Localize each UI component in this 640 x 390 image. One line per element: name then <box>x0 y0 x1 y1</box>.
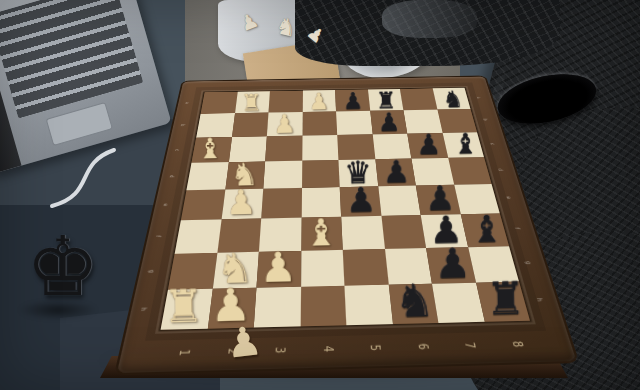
white-bishop-c1: ♝ <box>197 135 223 163</box>
square-a2: ♜ <box>235 91 270 113</box>
white-pawn-b3: ♟ <box>273 111 296 137</box>
file-label-f: f <box>155 236 163 238</box>
square-d6: ♟ <box>375 158 416 186</box>
white-rook-h1: ♜ <box>163 284 205 330</box>
file-label-h: h <box>140 307 149 311</box>
white-bishop-f4: ♝ <box>304 214 338 252</box>
square-e3 <box>261 188 301 219</box>
square-a5: ♟ <box>335 89 370 111</box>
square-f6 <box>381 215 426 248</box>
file-label-d: d <box>497 168 504 170</box>
black-pawn-d6: ♟ <box>382 156 410 187</box>
square-f4: ♝ <box>301 217 343 251</box>
file-label-f: f <box>514 228 522 230</box>
square-e5: ♟ <box>340 186 381 217</box>
square-c7: ♟ <box>407 133 447 159</box>
square-h8: ♜ <box>475 281 529 321</box>
rank-label-6: 6 <box>405 328 432 367</box>
square-g3: ♟ <box>256 251 300 288</box>
square-c4 <box>302 135 339 161</box>
file-label-b: b <box>483 119 490 121</box>
file-label-c: c <box>489 143 496 145</box>
board-grid: ♜♟♟♜♞♟♟♝♟♝♞♛♟♟♟♟♝♟♝♞♟♟♜♟♞♜ <box>161 88 530 330</box>
black-bishop-c8: ♝ <box>452 131 477 159</box>
square-a8: ♞ <box>432 88 470 110</box>
black-pawn-a5: ♟ <box>342 89 363 112</box>
white-pawn-a4: ♟ <box>309 90 330 113</box>
square-h5 <box>344 284 392 325</box>
black-bishop-f8: ♝ <box>470 210 504 248</box>
file-label-b: b <box>180 124 187 126</box>
white-cable <box>44 142 124 222</box>
square-e2: ♟ <box>221 189 263 220</box>
square-b6: ♟ <box>370 110 407 134</box>
rank-label-5: 5 <box>359 329 384 368</box>
rank-label-7: 7 <box>451 327 480 366</box>
rank-label-8: 8 <box>498 325 530 364</box>
square-b4 <box>302 112 337 136</box>
file-label-a: a <box>476 97 482 99</box>
white-pawn-on-frame: ♟ <box>224 320 264 364</box>
square-c3 <box>265 135 302 161</box>
square-h1: ♜ <box>161 289 213 330</box>
rank-labels: 12345678 <box>154 335 538 363</box>
black-pawn-e5: ♟ <box>345 184 376 218</box>
laptop-keyboard <box>0 0 143 119</box>
black-rook-h8: ♜ <box>485 277 526 323</box>
file-label-c: c <box>174 149 181 151</box>
file-label-e: e <box>162 204 170 207</box>
square-a4: ♟ <box>302 90 336 112</box>
square-e6 <box>378 186 421 217</box>
square-h4 <box>300 286 346 327</box>
black-plastic-bag <box>382 0 477 38</box>
square-d1 <box>186 162 228 190</box>
rank-label-4: 4 <box>312 330 335 369</box>
square-e1 <box>181 189 225 220</box>
square-a7 <box>400 88 437 110</box>
black-knight-a8: ♞ <box>443 88 464 111</box>
file-label-e: e <box>506 197 514 200</box>
captured-black-king: ♚ <box>26 226 100 308</box>
white-pawn-e2: ♟ <box>226 186 257 221</box>
square-b3: ♟ <box>267 112 302 136</box>
square-b2 <box>232 113 269 137</box>
file-label-a: a <box>185 102 191 104</box>
square-d3 <box>263 161 302 189</box>
square-g5 <box>343 249 389 286</box>
square-d4 <box>302 160 340 188</box>
rank-label-3: 3 <box>264 331 288 370</box>
square-f5 <box>341 216 384 249</box>
file-label-g: g <box>148 269 157 272</box>
photo-chess-scene: { "game": "chess", "position": "n1b2b1r/… <box>0 0 640 390</box>
laptop-trackpad <box>46 102 113 146</box>
square-h3 <box>254 287 301 328</box>
rank-label-1: 1 <box>166 334 195 374</box>
black-knight-h6: ♞ <box>394 279 435 325</box>
white-rook-a2: ♜ <box>241 91 262 114</box>
file-label-d: d <box>169 175 176 178</box>
black-pawn-b6: ♟ <box>378 110 401 136</box>
square-f1 <box>175 220 221 254</box>
file-label-h: h <box>536 298 545 302</box>
square-c1: ♝ <box>192 137 232 163</box>
file-label-g: g <box>525 261 534 264</box>
square-c8: ♝ <box>442 132 484 158</box>
square-h6: ♞ <box>388 283 438 324</box>
black-pawn-c7: ♟ <box>416 131 441 159</box>
white-pawn-g3: ♟ <box>259 247 297 289</box>
square-g4 <box>301 250 345 287</box>
square-b5 <box>336 111 372 135</box>
black-pawn-g7: ♟ <box>434 243 471 285</box>
square-a1 <box>201 92 238 114</box>
